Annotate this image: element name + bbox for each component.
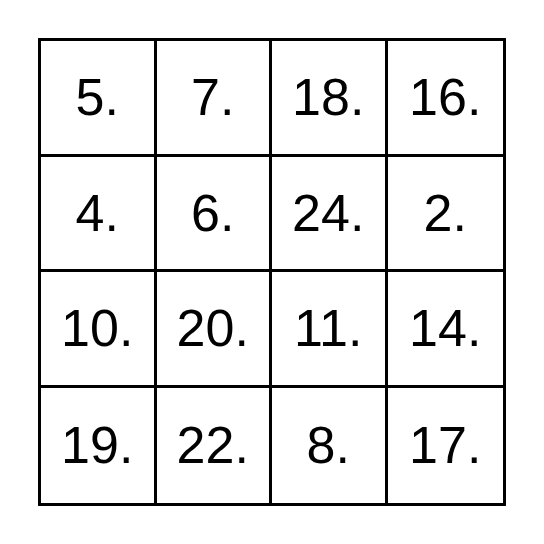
cell-r2c3[interactable]: 24. xyxy=(272,157,388,273)
cell-r3c3[interactable]: 11. xyxy=(272,272,388,388)
number-grid-board: 5. 7. 18. 16. 4. 6. 24. 2. 10. 20. 11. 1… xyxy=(38,38,506,506)
cell-r4c2[interactable]: 22. xyxy=(157,388,273,504)
cell-r1c3[interactable]: 18. xyxy=(272,41,388,157)
cell-r4c3[interactable]: 8. xyxy=(272,388,388,504)
cell-r3c1[interactable]: 10. xyxy=(41,272,157,388)
cell-r1c2[interactable]: 7. xyxy=(157,41,273,157)
cell-r2c4[interactable]: 2. xyxy=(388,157,504,273)
cell-r4c1[interactable]: 19. xyxy=(41,388,157,504)
cell-r2c1[interactable]: 4. xyxy=(41,157,157,273)
cell-r1c4[interactable]: 16. xyxy=(388,41,504,157)
cell-r1c1[interactable]: 5. xyxy=(41,41,157,157)
cell-r3c4[interactable]: 14. xyxy=(388,272,504,388)
cell-r3c2[interactable]: 20. xyxy=(157,272,273,388)
cell-r2c2[interactable]: 6. xyxy=(157,157,273,273)
cell-r4c4[interactable]: 17. xyxy=(388,388,504,504)
